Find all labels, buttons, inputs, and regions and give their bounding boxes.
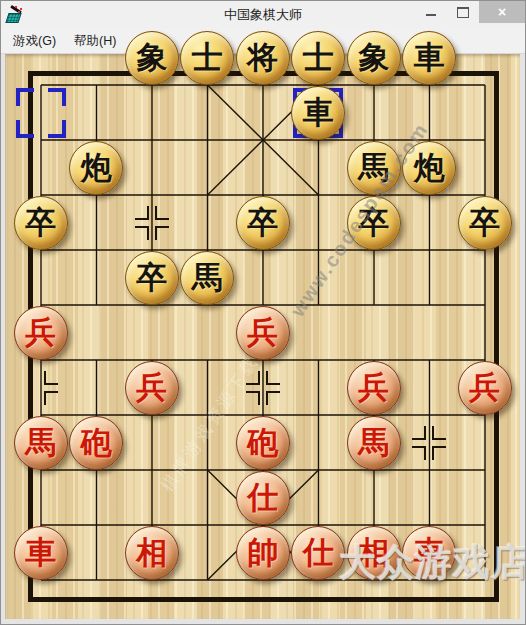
piece-red-elephant[interactable]: 相 <box>125 526 179 580</box>
close-button[interactable]: × <box>479 1 525 23</box>
xiangqi-board[interactable]: 象士将士象車車炮馬炮卒卒卒卒卒馬兵兵兵兵兵馬砲砲馬仕車相帥仕相車 www.cod… <box>5 54 520 619</box>
piece-black-advisor[interactable]: 士 <box>180 31 234 85</box>
piece-black-soldier[interactable]: 卒 <box>14 196 68 250</box>
piece-red-chariot[interactable]: 車 <box>14 526 68 580</box>
piece-black-cannon[interactable]: 炮 <box>402 141 456 195</box>
piece-black-general[interactable]: 将 <box>236 31 290 85</box>
piece-red-soldier[interactable]: 兵 <box>14 306 68 360</box>
piece-red-soldier[interactable]: 兵 <box>125 361 179 415</box>
piece-black-soldier[interactable]: 卒 <box>236 196 290 250</box>
piece-red-elephant[interactable]: 相 <box>347 526 401 580</box>
last-move-from-marker <box>16 88 66 138</box>
piece-red-advisor[interactable]: 仕 <box>291 526 345 580</box>
board-grid: 象士将士象車車炮馬炮卒卒卒卒卒馬兵兵兵兵兵馬砲砲馬仕車相帥仕相車 <box>13 30 513 580</box>
board-area: 象士将士象車車炮馬炮卒卒卒卒卒馬兵兵兵兵兵馬砲砲馬仕車相帥仕相車 www.cod… <box>1 54 525 624</box>
piece-black-soldier[interactable]: 卒 <box>347 196 401 250</box>
app-window: 中国象棋大师 × 游戏(G) 帮助(H) <box>0 0 526 625</box>
piece-red-cannon[interactable]: 砲 <box>69 416 123 470</box>
point-marker <box>412 426 446 460</box>
piece-black-soldier[interactable]: 卒 <box>458 196 512 250</box>
piece-red-soldier[interactable]: 兵 <box>236 306 290 360</box>
piece-red-horse[interactable]: 馬 <box>347 416 401 470</box>
piece-red-soldier[interactable]: 兵 <box>458 361 512 415</box>
piece-black-horse[interactable]: 馬 <box>180 251 234 305</box>
piece-black-horse[interactable]: 馬 <box>347 141 401 195</box>
piece-black-advisor[interactable]: 士 <box>291 31 345 85</box>
point-marker <box>246 371 280 405</box>
title-bar: 中国象棋大师 × <box>1 1 525 29</box>
piece-red-horse[interactable]: 馬 <box>14 416 68 470</box>
piece-black-chariot[interactable]: 車 <box>291 86 345 140</box>
piece-black-cannon[interactable]: 炮 <box>69 141 123 195</box>
piece-black-elephant[interactable]: 象 <box>125 31 179 85</box>
piece-red-advisor[interactable]: 仕 <box>236 471 290 525</box>
maximize-button[interactable] <box>447 1 479 23</box>
piece-black-soldier[interactable]: 卒 <box>125 251 179 305</box>
piece-black-chariot[interactable]: 車 <box>402 31 456 85</box>
piece-red-cannon[interactable]: 砲 <box>236 416 290 470</box>
piece-red-soldier[interactable]: 兵 <box>347 361 401 415</box>
piece-black-elephant[interactable]: 象 <box>347 31 401 85</box>
point-marker <box>135 206 169 240</box>
minimize-button[interactable] <box>415 1 447 23</box>
point-marker <box>24 371 58 405</box>
piece-red-chariot[interactable]: 車 <box>402 526 456 580</box>
piece-red-general[interactable]: 帥 <box>236 526 290 580</box>
